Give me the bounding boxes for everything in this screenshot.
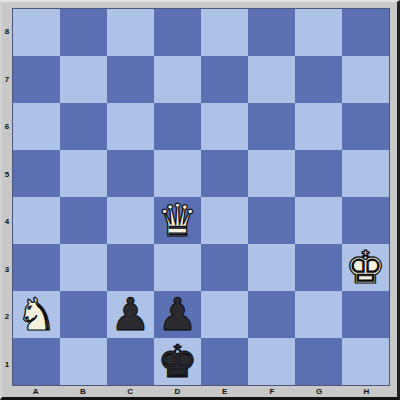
rank-labels: 87654321 <box>2 8 12 388</box>
square-d2[interactable]: ♟ <box>154 291 201 338</box>
rank-label-2: 2 <box>2 293 12 341</box>
file-labels: ABCDEFGH <box>12 386 390 397</box>
square-e1[interactable] <box>201 338 248 385</box>
square-b8[interactable] <box>60 9 107 56</box>
file-label-g: G <box>296 386 343 397</box>
square-h2[interactable] <box>342 291 389 338</box>
file-label-c: C <box>107 386 154 397</box>
square-h1[interactable] <box>342 338 389 385</box>
square-b6[interactable] <box>60 103 107 150</box>
file-label-a: A <box>12 386 59 397</box>
square-e5[interactable] <box>201 150 248 197</box>
square-h4[interactable] <box>342 197 389 244</box>
white-king-piece: ♚ <box>345 245 385 290</box>
square-a5[interactable] <box>13 150 60 197</box>
rank-label-6: 6 <box>2 103 12 151</box>
square-d8[interactable] <box>154 9 201 56</box>
square-f6[interactable] <box>248 103 295 150</box>
square-g4[interactable] <box>295 197 342 244</box>
square-h6[interactable] <box>342 103 389 150</box>
file-label-d: D <box>154 386 201 397</box>
square-e6[interactable] <box>201 103 248 150</box>
square-a3[interactable] <box>13 244 60 291</box>
square-d6[interactable] <box>154 103 201 150</box>
square-a2[interactable]: ♞ <box>13 291 60 338</box>
square-g2[interactable] <box>295 291 342 338</box>
square-a7[interactable] <box>13 56 60 103</box>
white-knight-piece: ♞ <box>16 292 56 337</box>
square-f4[interactable] <box>248 197 295 244</box>
black-king-piece: ♚ <box>157 339 197 384</box>
rank-label-5: 5 <box>2 151 12 199</box>
rank-label-4: 4 <box>2 198 12 246</box>
square-b2[interactable] <box>60 291 107 338</box>
square-c8[interactable] <box>107 9 154 56</box>
square-a8[interactable] <box>13 9 60 56</box>
square-d3[interactable] <box>154 244 201 291</box>
square-b3[interactable] <box>60 244 107 291</box>
black-pawn-piece: ♟ <box>110 292 150 337</box>
square-h3[interactable]: ♚ <box>342 244 389 291</box>
square-h5[interactable] <box>342 150 389 197</box>
square-d5[interactable] <box>154 150 201 197</box>
square-h7[interactable] <box>342 56 389 103</box>
rank-label-1: 1 <box>2 341 12 389</box>
square-e4[interactable] <box>201 197 248 244</box>
square-e7[interactable] <box>201 56 248 103</box>
rank-label-3: 3 <box>2 246 12 294</box>
square-g6[interactable] <box>295 103 342 150</box>
black-pawn-piece: ♟ <box>157 292 197 337</box>
file-label-h: H <box>343 386 390 397</box>
square-d7[interactable] <box>154 56 201 103</box>
square-c4[interactable] <box>107 197 154 244</box>
square-f3[interactable] <box>248 244 295 291</box>
square-f7[interactable] <box>248 56 295 103</box>
square-c2[interactable]: ♟ <box>107 291 154 338</box>
file-label-f: F <box>248 386 295 397</box>
square-f5[interactable] <box>248 150 295 197</box>
square-e3[interactable] <box>201 244 248 291</box>
file-label-e: E <box>201 386 248 397</box>
square-f2[interactable] <box>248 291 295 338</box>
square-e8[interactable] <box>201 9 248 56</box>
square-g7[interactable] <box>295 56 342 103</box>
square-c1[interactable] <box>107 338 154 385</box>
chess-board-frame: 87654321 ♛♚♞♟♟♚ ABCDEFGH <box>0 0 400 400</box>
square-c3[interactable] <box>107 244 154 291</box>
square-a4[interactable] <box>13 197 60 244</box>
square-g1[interactable] <box>295 338 342 385</box>
rank-label-8: 8 <box>2 8 12 56</box>
square-b5[interactable] <box>60 150 107 197</box>
square-b4[interactable] <box>60 197 107 244</box>
square-b1[interactable] <box>60 338 107 385</box>
square-d4[interactable]: ♛ <box>154 197 201 244</box>
square-e2[interactable] <box>201 291 248 338</box>
square-c6[interactable] <box>107 103 154 150</box>
square-d1[interactable]: ♚ <box>154 338 201 385</box>
square-c5[interactable] <box>107 150 154 197</box>
square-a1[interactable] <box>13 338 60 385</box>
square-g3[interactable] <box>295 244 342 291</box>
square-f1[interactable] <box>248 338 295 385</box>
square-h8[interactable] <box>342 9 389 56</box>
chess-board[interactable]: ♛♚♞♟♟♚ <box>12 8 390 386</box>
square-c7[interactable] <box>107 56 154 103</box>
square-g8[interactable] <box>295 9 342 56</box>
square-g5[interactable] <box>295 150 342 197</box>
file-label-b: B <box>59 386 106 397</box>
square-f8[interactable] <box>248 9 295 56</box>
square-a6[interactable] <box>13 103 60 150</box>
white-queen-piece: ♛ <box>157 198 197 243</box>
square-b7[interactable] <box>60 56 107 103</box>
rank-label-7: 7 <box>2 56 12 104</box>
